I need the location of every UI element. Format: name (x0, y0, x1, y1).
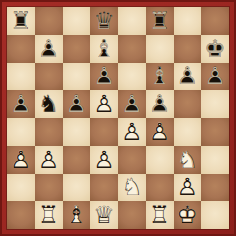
piece-white-pawn-b3: ♟♙ (35, 146, 63, 174)
square-h6[interactable]: ♟♙ (201, 63, 229, 91)
piece-glyph-outline: ♖ (146, 7, 174, 35)
square-g4[interactable] (174, 118, 202, 146)
piece-glyph-outline: ♗ (146, 63, 174, 91)
square-h8[interactable] (201, 7, 229, 35)
square-h1[interactable] (201, 201, 229, 229)
square-f5[interactable]: ♟♙ (146, 90, 174, 118)
square-c3[interactable] (63, 146, 91, 174)
piece-glyph-outline: ♘ (174, 146, 202, 174)
piece-black-pawn-b7: ♟♙ (35, 35, 63, 63)
piece-glyph-outline: ♙ (90, 90, 118, 118)
piece-black-pawn-a5: ♟♙ (7, 90, 35, 118)
piece-white-king-g1: ♚♔ (174, 201, 202, 229)
square-a7[interactable] (7, 35, 35, 63)
piece-glyph-outline: ♖ (7, 7, 35, 35)
piece-black-pawn-c5: ♟♙ (63, 90, 91, 118)
square-b1[interactable]: ♜♖ (35, 201, 63, 229)
piece-glyph-outline: ♖ (146, 201, 174, 229)
square-h3[interactable] (201, 146, 229, 174)
square-a2[interactable] (7, 174, 35, 202)
square-e3[interactable] (118, 146, 146, 174)
square-d3[interactable]: ♟♙ (90, 146, 118, 174)
square-e6[interactable] (118, 63, 146, 91)
piece-glyph-outline: ♔ (174, 201, 202, 229)
piece-white-rook-f1: ♜♖ (146, 201, 174, 229)
piece-glyph-outline: ♘ (35, 90, 63, 118)
square-e1[interactable] (118, 201, 146, 229)
square-g2[interactable]: ♟♙ (174, 174, 202, 202)
square-e2[interactable]: ♞♘ (118, 174, 146, 202)
piece-white-pawn-e4: ♟♙ (118, 118, 146, 146)
square-a5[interactable]: ♟♙ (7, 90, 35, 118)
square-f1[interactable]: ♜♖ (146, 201, 174, 229)
square-c4[interactable] (63, 118, 91, 146)
piece-black-king-h7: ♚♔ (201, 35, 229, 63)
square-b7[interactable]: ♟♙ (35, 35, 63, 63)
square-d2[interactable] (90, 174, 118, 202)
piece-white-pawn-d3: ♟♙ (90, 146, 118, 174)
piece-white-pawn-d5: ♟♙ (90, 90, 118, 118)
square-b4[interactable] (35, 118, 63, 146)
square-f4[interactable]: ♟♙ (146, 118, 174, 146)
piece-white-bishop-c1: ♝♗ (63, 201, 91, 229)
square-d1[interactable]: ♛♕ (90, 201, 118, 229)
piece-glyph-outline: ♙ (118, 90, 146, 118)
square-e4[interactable]: ♟♙ (118, 118, 146, 146)
square-b6[interactable] (35, 63, 63, 91)
piece-white-knight-g3: ♞♘ (174, 146, 202, 174)
piece-glyph-outline: ♘ (118, 174, 146, 202)
square-d4[interactable] (90, 118, 118, 146)
square-c5[interactable]: ♟♙ (63, 90, 91, 118)
square-c1[interactable]: ♝♗ (63, 201, 91, 229)
piece-black-rook-f8: ♜♖ (146, 7, 174, 35)
piece-black-pawn-e5: ♟♙ (118, 90, 146, 118)
square-a8[interactable]: ♜♖ (7, 7, 35, 35)
square-f6[interactable]: ♝♗ (146, 63, 174, 91)
piece-white-pawn-g2: ♟♙ (174, 174, 202, 202)
piece-black-rook-a8: ♜♖ (7, 7, 35, 35)
square-g8[interactable] (174, 7, 202, 35)
piece-glyph-outline: ♗ (90, 35, 118, 63)
piece-black-pawn-f5: ♟♙ (146, 90, 174, 118)
piece-white-knight-e2: ♞♘ (118, 174, 146, 202)
square-c2[interactable] (63, 174, 91, 202)
piece-glyph-outline: ♙ (7, 146, 35, 174)
square-a3[interactable]: ♟♙ (7, 146, 35, 174)
piece-glyph-outline: ♙ (146, 118, 174, 146)
square-h5[interactable] (201, 90, 229, 118)
piece-glyph-outline: ♕ (90, 201, 118, 229)
piece-glyph-outline: ♙ (174, 63, 202, 91)
square-g7[interactable] (174, 35, 202, 63)
piece-glyph-outline: ♖ (35, 201, 63, 229)
square-b2[interactable] (35, 174, 63, 202)
square-c8[interactable] (63, 7, 91, 35)
square-g1[interactable]: ♚♔ (174, 201, 202, 229)
piece-white-rook-b1: ♜♖ (35, 201, 63, 229)
square-d6[interactable]: ♟♙ (90, 63, 118, 91)
square-d7[interactable]: ♝♗ (90, 35, 118, 63)
square-d8[interactable]: ♛♕ (90, 7, 118, 35)
square-e8[interactable] (118, 7, 146, 35)
square-c6[interactable] (63, 63, 91, 91)
piece-glyph-outline: ♙ (174, 174, 202, 202)
piece-glyph-outline: ♙ (90, 146, 118, 174)
piece-black-pawn-d6: ♟♙ (90, 63, 118, 91)
square-h2[interactable] (201, 174, 229, 202)
square-b3[interactable]: ♟♙ (35, 146, 63, 174)
square-a1[interactable] (7, 201, 35, 229)
piece-white-pawn-a3: ♟♙ (7, 146, 35, 174)
piece-black-knight-b5: ♞♘ (35, 90, 63, 118)
square-c7[interactable] (63, 35, 91, 63)
square-f2[interactable] (146, 174, 174, 202)
piece-glyph-outline: ♙ (35, 146, 63, 174)
square-d5[interactable]: ♟♙ (90, 90, 118, 118)
square-b8[interactable] (35, 7, 63, 35)
piece-glyph-outline: ♙ (35, 35, 63, 63)
piece-black-bishop-d7: ♝♗ (90, 35, 118, 63)
piece-glyph-outline: ♙ (7, 90, 35, 118)
piece-glyph-outline: ♕ (90, 7, 118, 35)
piece-glyph-outline: ♙ (118, 118, 146, 146)
square-b5[interactable]: ♞♘ (35, 90, 63, 118)
piece-glyph-outline: ♔ (201, 35, 229, 63)
piece-white-queen-d1: ♛♕ (90, 201, 118, 229)
piece-glyph-outline: ♙ (63, 90, 91, 118)
piece-black-pawn-g6: ♟♙ (174, 63, 202, 91)
square-e7[interactable] (118, 35, 146, 63)
square-a4[interactable] (7, 118, 35, 146)
square-h7[interactable]: ♚♔ (201, 35, 229, 63)
board-frame: ♜♖♛♕♜♖♟♙♝♗♚♔♟♙♝♗♟♙♟♙♟♙♞♘♟♙♟♙♟♙♟♙♟♙♟♙♟♙♟♙… (0, 0, 236, 236)
piece-glyph-outline: ♗ (63, 201, 91, 229)
piece-black-bishop-f6: ♝♗ (146, 63, 174, 91)
square-a6[interactable] (7, 63, 35, 91)
square-g3[interactable]: ♞♘ (174, 146, 202, 174)
square-g6[interactable]: ♟♙ (174, 63, 202, 91)
square-e5[interactable]: ♟♙ (118, 90, 146, 118)
square-g5[interactable] (174, 90, 202, 118)
square-f7[interactable] (146, 35, 174, 63)
piece-glyph-outline: ♙ (146, 90, 174, 118)
piece-glyph-outline: ♙ (201, 63, 229, 91)
piece-glyph-outline: ♙ (90, 63, 118, 91)
piece-black-pawn-h6: ♟♙ (201, 63, 229, 91)
piece-white-pawn-f4: ♟♙ (146, 118, 174, 146)
square-h4[interactable] (201, 118, 229, 146)
square-f8[interactable]: ♜♖ (146, 7, 174, 35)
square-f3[interactable] (146, 146, 174, 174)
piece-black-queen-d8: ♛♕ (90, 7, 118, 35)
chess-board: ♜♖♛♕♜♖♟♙♝♗♚♔♟♙♝♗♟♙♟♙♟♙♞♘♟♙♟♙♟♙♟♙♟♙♟♙♟♙♟♙… (7, 7, 229, 229)
